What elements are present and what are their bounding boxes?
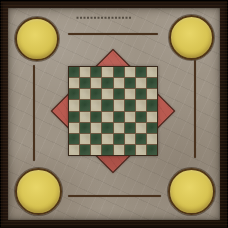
corner-circle-top-left bbox=[15, 17, 59, 61]
checker-square-a1[interactable] bbox=[69, 145, 79, 155]
checker-square-e6[interactable] bbox=[114, 89, 124, 99]
checker-square-h1[interactable] bbox=[147, 145, 157, 155]
checker-square-g1[interactable] bbox=[136, 145, 146, 155]
checker-square-a8[interactable] bbox=[69, 67, 79, 77]
accent-line-bottom bbox=[68, 195, 161, 197]
checker-square-d7[interactable] bbox=[102, 78, 112, 88]
checker-square-d8[interactable] bbox=[102, 67, 112, 77]
checker-square-e7[interactable] bbox=[114, 78, 124, 88]
checker-square-b4[interactable] bbox=[80, 112, 90, 122]
checker-square-g8[interactable] bbox=[136, 67, 146, 77]
checker-square-h3[interactable] bbox=[147, 123, 157, 133]
checker-square-c1[interactable] bbox=[91, 145, 101, 155]
checker-square-c2[interactable] bbox=[91, 134, 101, 144]
corner-circle-top-right bbox=[169, 15, 214, 60]
checker-square-h4[interactable] bbox=[147, 112, 157, 122]
checker-square-e4[interactable] bbox=[114, 112, 124, 122]
game-board: ▪▪▪▪▪▪▪▪▪▪▪▪▪▪▪▪ bbox=[0, 0, 228, 228]
checker-square-d5[interactable] bbox=[102, 100, 112, 110]
checker-square-f7[interactable] bbox=[125, 78, 135, 88]
checker-square-h8[interactable] bbox=[147, 67, 157, 77]
checkerboard bbox=[68, 66, 158, 156]
corner-circle-bottom-left bbox=[15, 168, 62, 215]
checker-square-f3[interactable] bbox=[125, 123, 135, 133]
checker-square-g5[interactable] bbox=[136, 100, 146, 110]
board-surface: ▪▪▪▪▪▪▪▪▪▪▪▪▪▪▪▪ bbox=[8, 8, 220, 220]
checker-square-g7[interactable] bbox=[136, 78, 146, 88]
checker-square-e3[interactable] bbox=[114, 123, 124, 133]
checker-square-d2[interactable] bbox=[102, 134, 112, 144]
checker-square-b2[interactable] bbox=[80, 134, 90, 144]
checker-square-g6[interactable] bbox=[136, 89, 146, 99]
checker-square-b6[interactable] bbox=[80, 89, 90, 99]
checker-square-e8[interactable] bbox=[114, 67, 124, 77]
checker-square-f5[interactable] bbox=[125, 100, 135, 110]
checker-square-b5[interactable] bbox=[80, 100, 90, 110]
checker-square-c7[interactable] bbox=[91, 78, 101, 88]
checker-square-f8[interactable] bbox=[125, 67, 135, 77]
checker-square-a6[interactable] bbox=[69, 89, 79, 99]
checker-square-g3[interactable] bbox=[136, 123, 146, 133]
checker-square-a5[interactable] bbox=[69, 100, 79, 110]
accent-line-left bbox=[33, 65, 35, 161]
checker-square-c4[interactable] bbox=[91, 112, 101, 122]
checker-square-f2[interactable] bbox=[125, 134, 135, 144]
maker-stamp: ▪▪▪▪▪▪▪▪▪▪▪▪▪▪▪▪ bbox=[70, 14, 138, 25]
checker-square-a7[interactable] bbox=[69, 78, 79, 88]
checker-square-d3[interactable] bbox=[102, 123, 112, 133]
checker-square-h7[interactable] bbox=[147, 78, 157, 88]
checker-square-e1[interactable] bbox=[114, 145, 124, 155]
checker-square-h2[interactable] bbox=[147, 134, 157, 144]
checker-square-f1[interactable] bbox=[125, 145, 135, 155]
checker-square-d6[interactable] bbox=[102, 89, 112, 99]
checker-square-b1[interactable] bbox=[80, 145, 90, 155]
checker-square-b8[interactable] bbox=[80, 67, 90, 77]
checker-square-c5[interactable] bbox=[91, 100, 101, 110]
checker-square-b7[interactable] bbox=[80, 78, 90, 88]
checker-square-f4[interactable] bbox=[125, 112, 135, 122]
checker-square-c6[interactable] bbox=[91, 89, 101, 99]
checker-square-e2[interactable] bbox=[114, 134, 124, 144]
checker-square-f6[interactable] bbox=[125, 89, 135, 99]
checker-square-d1[interactable] bbox=[102, 145, 112, 155]
checker-square-g2[interactable] bbox=[136, 134, 146, 144]
checker-square-b3[interactable] bbox=[80, 123, 90, 133]
checker-square-h5[interactable] bbox=[147, 100, 157, 110]
checker-square-a2[interactable] bbox=[69, 134, 79, 144]
checker-square-c3[interactable] bbox=[91, 123, 101, 133]
checker-square-d4[interactable] bbox=[102, 112, 112, 122]
checker-square-a4[interactable] bbox=[69, 112, 79, 122]
accent-line-right bbox=[194, 60, 196, 158]
checker-square-g4[interactable] bbox=[136, 112, 146, 122]
checker-square-e5[interactable] bbox=[114, 100, 124, 110]
checker-square-c8[interactable] bbox=[91, 67, 101, 77]
corner-circle-bottom-right bbox=[168, 168, 215, 215]
checker-square-a3[interactable] bbox=[69, 123, 79, 133]
checker-square-h6[interactable] bbox=[147, 89, 157, 99]
accent-line-top bbox=[68, 33, 158, 35]
